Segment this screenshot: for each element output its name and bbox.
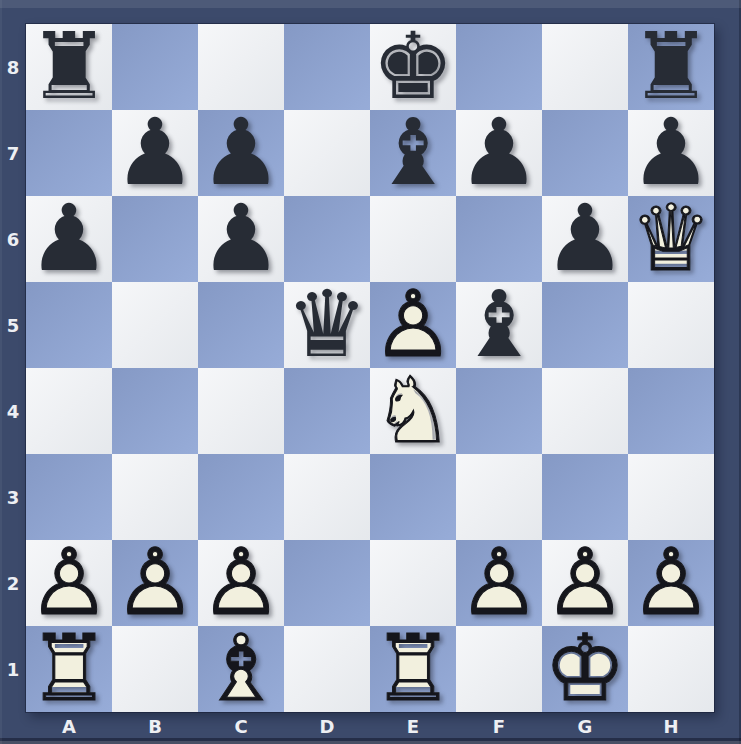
piece-black-pawn[interactable]: ♟ — [628, 110, 714, 196]
square-h2[interactable]: ♟♙ — [628, 540, 714, 626]
square-c2[interactable]: ♟♙ — [198, 540, 284, 626]
square-c6[interactable]: ♟ — [198, 196, 284, 282]
square-b4[interactable] — [112, 368, 198, 454]
square-f7[interactable]: ♟ — [456, 110, 542, 196]
black-rook-icon: ♜ — [26, 24, 112, 110]
square-c4[interactable] — [198, 368, 284, 454]
square-f5[interactable]: ♝ — [456, 282, 542, 368]
piece-white-pawn[interactable]: ♟♙ — [112, 540, 198, 626]
black-pawn-icon: ♟ — [198, 196, 284, 282]
piece-black-rook[interactable]: ♜ — [628, 24, 714, 110]
white-bishop-outline-icon: ♗ — [198, 626, 284, 712]
square-b1[interactable] — [112, 626, 198, 712]
square-c1[interactable]: ♝♗ — [198, 626, 284, 712]
piece-black-pawn[interactable]: ♟ — [26, 196, 112, 282]
square-e1[interactable]: ♜♖ — [370, 626, 456, 712]
file-label-c: C — [198, 712, 284, 738]
square-b3[interactable] — [112, 454, 198, 540]
black-rook-icon: ♜ — [628, 24, 714, 110]
square-g4[interactable] — [542, 368, 628, 454]
square-c3[interactable] — [198, 454, 284, 540]
piece-black-bishop[interactable]: ♝ — [456, 282, 542, 368]
file-label-h: H — [628, 712, 714, 738]
piece-white-queen[interactable]: ♛♕ — [628, 196, 714, 282]
square-f2[interactable]: ♟♙ — [456, 540, 542, 626]
square-e7[interactable]: ♝ — [370, 110, 456, 196]
square-d4[interactable] — [284, 368, 370, 454]
square-f4[interactable] — [456, 368, 542, 454]
white-queen-outline-icon: ♕ — [628, 196, 714, 282]
square-h4[interactable] — [628, 368, 714, 454]
black-pawn-icon: ♟ — [198, 110, 284, 196]
square-g2[interactable]: ♟♙ — [542, 540, 628, 626]
rank-labels: 87654321 — [0, 24, 26, 712]
square-a5[interactable] — [26, 282, 112, 368]
square-g5[interactable] — [542, 282, 628, 368]
piece-white-pawn[interactable]: ♟♙ — [456, 540, 542, 626]
rank-label-6: 6 — [0, 196, 26, 282]
piece-black-rook[interactable]: ♜ — [26, 24, 112, 110]
square-h5[interactable] — [628, 282, 714, 368]
square-a1[interactable]: ♜♖ — [26, 626, 112, 712]
rank-label-2: 2 — [0, 540, 26, 626]
file-label-d: D — [284, 712, 370, 738]
chess-board: ♜♚♜♟♟♝♟♟♟♟♟♛♕♛♟♙♝♞♘♟♙♟♙♟♙♟♙♟♙♟♙♜♖♝♗♜♖♚♔ — [26, 24, 714, 712]
square-c8[interactable] — [198, 24, 284, 110]
square-g3[interactable] — [542, 454, 628, 540]
square-g8[interactable] — [542, 24, 628, 110]
white-rook-outline-icon: ♖ — [370, 626, 456, 712]
square-d8[interactable] — [284, 24, 370, 110]
piece-black-pawn[interactable]: ♟ — [112, 110, 198, 196]
white-pawn-outline-icon: ♙ — [198, 540, 284, 626]
rank-label-7: 7 — [0, 110, 26, 196]
square-d3[interactable] — [284, 454, 370, 540]
black-pawn-icon: ♟ — [542, 196, 628, 282]
file-label-g: G — [542, 712, 628, 738]
square-g6[interactable]: ♟ — [542, 196, 628, 282]
rank-label-4: 4 — [0, 368, 26, 454]
piece-white-rook[interactable]: ♜♖ — [26, 626, 112, 712]
square-a8[interactable]: ♜ — [26, 24, 112, 110]
black-pawn-icon: ♟ — [628, 110, 714, 196]
black-pawn-icon: ♟ — [26, 196, 112, 282]
square-a6[interactable]: ♟ — [26, 196, 112, 282]
square-f1[interactable] — [456, 626, 542, 712]
board-frame: 87654321 ♜♚♜♟♟♝♟♟♟♟♟♛♕♛♟♙♝♞♘♟♙♟♙♟♙♟♙♟♙♟♙… — [0, 0, 741, 744]
square-d2[interactable] — [284, 540, 370, 626]
piece-white-king[interactable]: ♚♔ — [542, 626, 628, 712]
piece-black-pawn[interactable]: ♟ — [198, 196, 284, 282]
black-pawn-icon: ♟ — [456, 110, 542, 196]
square-a4[interactable] — [26, 368, 112, 454]
rank-label-8: 8 — [0, 24, 26, 110]
rank-label-1: 1 — [0, 626, 26, 712]
file-label-f: F — [456, 712, 542, 738]
piece-black-pawn[interactable]: ♟ — [198, 110, 284, 196]
file-label-a: A — [26, 712, 112, 738]
square-g7[interactable] — [542, 110, 628, 196]
piece-white-pawn[interactable]: ♟♙ — [628, 540, 714, 626]
square-e8[interactable]: ♚ — [370, 24, 456, 110]
square-c5[interactable] — [198, 282, 284, 368]
square-e5[interactable]: ♟♙ — [370, 282, 456, 368]
piece-white-pawn[interactable]: ♟♙ — [370, 282, 456, 368]
piece-black-pawn[interactable]: ♟ — [542, 196, 628, 282]
file-label-e: E — [370, 712, 456, 738]
square-a2[interactable]: ♟♙ — [26, 540, 112, 626]
square-b6[interactable] — [112, 196, 198, 282]
white-pawn-outline-icon: ♙ — [542, 540, 628, 626]
file-labels: ABCDEFGH — [26, 712, 714, 738]
piece-white-pawn[interactable]: ♟♙ — [542, 540, 628, 626]
square-f3[interactable] — [456, 454, 542, 540]
black-bishop-icon: ♝ — [456, 282, 542, 368]
black-king-icon: ♚ — [370, 24, 456, 110]
piece-black-pawn[interactable]: ♟ — [456, 110, 542, 196]
square-h7[interactable]: ♟ — [628, 110, 714, 196]
square-a3[interactable] — [26, 454, 112, 540]
square-h6[interactable]: ♛♕ — [628, 196, 714, 282]
square-a7[interactable] — [26, 110, 112, 196]
white-pawn-outline-icon: ♙ — [456, 540, 542, 626]
piece-white-knight[interactable]: ♞♘ — [370, 368, 456, 454]
square-b8[interactable] — [112, 24, 198, 110]
white-king-outline-icon: ♔ — [542, 626, 628, 712]
square-c7[interactable]: ♟ — [198, 110, 284, 196]
black-pawn-icon: ♟ — [112, 110, 198, 196]
square-b5[interactable] — [112, 282, 198, 368]
rank-label-3: 3 — [0, 454, 26, 540]
square-d6[interactable] — [284, 196, 370, 282]
square-f6[interactable] — [456, 196, 542, 282]
square-h1[interactable] — [628, 626, 714, 712]
white-rook-outline-icon: ♖ — [26, 626, 112, 712]
black-bishop-icon: ♝ — [370, 110, 456, 196]
square-f8[interactable] — [456, 24, 542, 110]
square-e6[interactable] — [370, 196, 456, 282]
white-knight-outline-icon: ♘ — [370, 368, 456, 454]
file-label-b: B — [112, 712, 198, 738]
piece-white-pawn[interactable]: ♟♙ — [198, 540, 284, 626]
square-b7[interactable]: ♟ — [112, 110, 198, 196]
white-pawn-outline-icon: ♙ — [370, 282, 456, 368]
square-e2[interactable] — [370, 540, 456, 626]
white-pawn-outline-icon: ♙ — [26, 540, 112, 626]
piece-black-bishop[interactable]: ♝ — [370, 110, 456, 196]
square-d5[interactable]: ♛ — [284, 282, 370, 368]
square-e4[interactable]: ♞♘ — [370, 368, 456, 454]
piece-white-bishop[interactable]: ♝♗ — [198, 626, 284, 712]
black-queen-icon: ♛ — [284, 282, 370, 368]
square-g1[interactable]: ♚♔ — [542, 626, 628, 712]
piece-white-rook[interactable]: ♜♖ — [370, 626, 456, 712]
square-b2[interactable]: ♟♙ — [112, 540, 198, 626]
white-pawn-outline-icon: ♙ — [628, 540, 714, 626]
piece-black-king[interactable]: ♚ — [370, 24, 456, 110]
piece-black-queen[interactable]: ♛ — [284, 282, 370, 368]
piece-white-pawn[interactable]: ♟♙ — [26, 540, 112, 626]
square-h3[interactable] — [628, 454, 714, 540]
square-e3[interactable] — [370, 454, 456, 540]
square-d7[interactable] — [284, 110, 370, 196]
square-h8[interactable]: ♜ — [628, 24, 714, 110]
rank-label-5: 5 — [0, 282, 26, 368]
square-d1[interactable] — [284, 626, 370, 712]
white-pawn-outline-icon: ♙ — [112, 540, 198, 626]
